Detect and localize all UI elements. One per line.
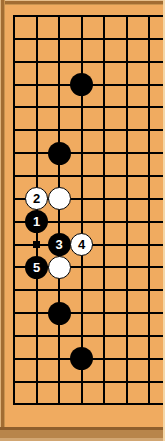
square-point-marker (33, 241, 40, 248)
black-stone-move-3: 3 (48, 233, 71, 256)
white-stone (48, 187, 71, 210)
frame-top (0, 1, 165, 4)
black-stone (48, 302, 71, 325)
stone-number: 1 (33, 215, 40, 228)
frame-top-highlight (0, 0, 165, 1)
white-stone (48, 256, 71, 279)
black-stone (48, 142, 71, 165)
grid-vline (148, 15, 150, 405)
black-stone (70, 73, 93, 96)
black-stone (70, 347, 93, 370)
frame-left-highlight (0, 0, 1, 441)
grid-vline (13, 15, 15, 405)
black-stone-move-1: 1 (25, 210, 48, 233)
grid-vline (126, 15, 128, 405)
frame-left-inner (4, 0, 5, 441)
white-stone-move-4: 4 (70, 233, 93, 256)
stone-number: 2 (33, 192, 40, 205)
grid-vline (103, 15, 105, 405)
stone-number: 4 (78, 238, 85, 251)
frame-right-crop-edge (163, 0, 165, 441)
frame-top-inner (0, 4, 165, 5)
frame-bottom (0, 430, 165, 438)
frame-bottom-edge (0, 427, 165, 430)
grid-vline (58, 15, 60, 405)
stone-number: 5 (33, 261, 40, 274)
black-stone-move-5: 5 (25, 256, 48, 279)
go-diagram: 21345 (0, 0, 165, 441)
frame-left (1, 0, 4, 441)
stone-number: 3 (55, 238, 62, 251)
white-stone-move-2: 2 (25, 187, 48, 210)
